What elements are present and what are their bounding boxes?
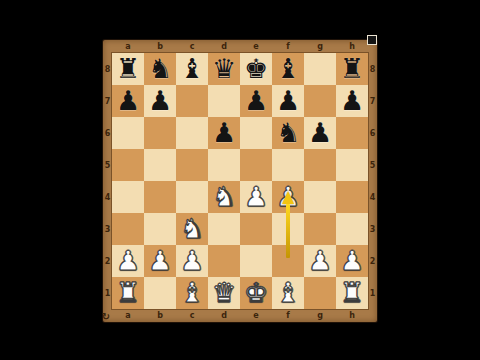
chess-board: ♜♞♝♛♚♝♜♟♟♟♟♟♟♞♟♞♟♟♞♟♟♟♟♟♜♝♛♚♝♜ xyxy=(112,53,368,309)
white-queen-d1[interactable]: ♛ xyxy=(212,277,236,309)
white-bishop-c1[interactable]: ♝ xyxy=(180,277,204,309)
white-knight-d4[interactable]: ♞ xyxy=(212,181,236,213)
square-g1[interactable] xyxy=(304,277,336,309)
square-g8[interactable] xyxy=(304,53,336,85)
black-king-e8[interactable]: ♚ xyxy=(244,53,268,85)
square-a5[interactable] xyxy=(112,149,144,181)
square-d1[interactable]: ♛ xyxy=(208,277,240,309)
black-pawn-f7[interactable]: ♟ xyxy=(276,85,300,117)
rank-label-6: 6 xyxy=(103,117,112,149)
square-f6[interactable]: ♞ xyxy=(272,117,304,149)
rank-label-1: 1 xyxy=(368,277,377,309)
square-g2[interactable]: ♟ xyxy=(304,245,336,277)
file-label-f: f xyxy=(272,40,304,53)
square-c4[interactable] xyxy=(176,181,208,213)
square-g6[interactable]: ♟ xyxy=(304,117,336,149)
black-pawn-e7[interactable]: ♟ xyxy=(244,85,268,117)
black-knight-f6[interactable]: ♞ xyxy=(276,117,300,149)
file-label-g: g xyxy=(304,309,336,322)
square-h6[interactable] xyxy=(336,117,368,149)
square-b1[interactable] xyxy=(144,277,176,309)
square-h3[interactable] xyxy=(336,213,368,245)
black-to-move-indicator-icon xyxy=(367,35,377,45)
square-f4[interactable]: ♟ xyxy=(272,181,304,213)
square-h7[interactable]: ♟ xyxy=(336,85,368,117)
file-label-f: f xyxy=(272,309,304,322)
square-c6[interactable] xyxy=(176,117,208,149)
square-h8[interactable]: ♜ xyxy=(336,53,368,85)
square-e8[interactable]: ♚ xyxy=(240,53,272,85)
square-d3[interactable] xyxy=(208,213,240,245)
file-labels-bottom: abcdefgh xyxy=(112,309,368,322)
black-pawn-g6[interactable]: ♟ xyxy=(308,117,332,149)
file-label-a: a xyxy=(112,309,144,322)
rank-label-1: 1 xyxy=(103,277,112,309)
black-pawn-d6[interactable]: ♟ xyxy=(212,117,236,149)
square-b2[interactable]: ♟ xyxy=(144,245,176,277)
square-e2[interactable] xyxy=(240,245,272,277)
white-bishop-f1[interactable]: ♝ xyxy=(276,277,300,309)
black-bishop-f8[interactable]: ♝ xyxy=(276,53,300,85)
black-bishop-c8[interactable]: ♝ xyxy=(180,53,204,85)
square-h2[interactable]: ♟ xyxy=(336,245,368,277)
square-c8[interactable]: ♝ xyxy=(176,53,208,85)
rank-label-7: 7 xyxy=(103,85,112,117)
white-pawn-b2[interactable]: ♟ xyxy=(148,245,172,277)
file-label-e: e xyxy=(240,40,272,53)
square-f5[interactable] xyxy=(272,149,304,181)
white-pawn-a2[interactable]: ♟ xyxy=(116,245,140,277)
white-pawn-g2[interactable]: ♟ xyxy=(308,245,332,277)
black-pawn-a7[interactable]: ♟ xyxy=(116,85,140,117)
square-b6[interactable] xyxy=(144,117,176,149)
white-knight-c3[interactable]: ♞ xyxy=(180,213,204,245)
square-h5[interactable] xyxy=(336,149,368,181)
square-b8[interactable]: ♞ xyxy=(144,53,176,85)
square-e6[interactable] xyxy=(240,117,272,149)
white-rook-a1[interactable]: ♜ xyxy=(116,277,140,309)
white-king-e1[interactable]: ♚ xyxy=(244,277,268,309)
square-d4[interactable]: ♞ xyxy=(208,181,240,213)
square-c3[interactable]: ♞ xyxy=(176,213,208,245)
file-label-e: e xyxy=(240,309,272,322)
rank-label-5: 5 xyxy=(103,149,112,181)
square-d2[interactable] xyxy=(208,245,240,277)
square-b5[interactable] xyxy=(144,149,176,181)
square-d6[interactable]: ♟ xyxy=(208,117,240,149)
video-frame: abcdefgh abcdefgh 87654321 87654321 ♜♞♝♛… xyxy=(0,0,480,360)
square-a4[interactable] xyxy=(112,181,144,213)
rank-label-4: 4 xyxy=(103,181,112,213)
square-e5[interactable] xyxy=(240,149,272,181)
square-a7[interactable]: ♟ xyxy=(112,85,144,117)
square-a6[interactable] xyxy=(112,117,144,149)
square-g3[interactable] xyxy=(304,213,336,245)
board-frame: abcdefgh abcdefgh 87654321 87654321 ♜♞♝♛… xyxy=(103,40,377,322)
black-pawn-b7[interactable]: ♟ xyxy=(148,85,172,117)
black-knight-b8[interactable]: ♞ xyxy=(148,53,172,85)
file-label-h: h xyxy=(336,40,368,53)
square-f3[interactable] xyxy=(272,213,304,245)
file-label-d: d xyxy=(208,309,240,322)
black-queen-d8[interactable]: ♛ xyxy=(212,53,236,85)
square-e4[interactable]: ♟ xyxy=(240,181,272,213)
rank-labels-left: 87654321 xyxy=(103,53,112,309)
file-label-h: h xyxy=(336,309,368,322)
white-pawn-e4[interactable]: ♟ xyxy=(244,181,268,213)
square-a1[interactable]: ♜ xyxy=(112,277,144,309)
file-labels-top: abcdefgh xyxy=(112,40,368,53)
black-rook-a8[interactable]: ♜ xyxy=(116,53,140,85)
rank-label-8: 8 xyxy=(368,53,377,85)
square-e7[interactable]: ♟ xyxy=(240,85,272,117)
square-b3[interactable] xyxy=(144,213,176,245)
file-label-b: b xyxy=(144,309,176,322)
file-label-a: a xyxy=(112,40,144,53)
square-a8[interactable]: ♜ xyxy=(112,53,144,85)
file-label-g: g xyxy=(304,40,336,53)
file-label-d: d xyxy=(208,40,240,53)
flip-board-icon[interactable]: ↻ xyxy=(100,310,112,323)
rank-label-6: 6 xyxy=(368,117,377,149)
rank-label-2: 2 xyxy=(103,245,112,277)
square-d8[interactable]: ♛ xyxy=(208,53,240,85)
square-h1[interactable]: ♜ xyxy=(336,277,368,309)
square-c2[interactable]: ♟ xyxy=(176,245,208,277)
rank-label-3: 3 xyxy=(103,213,112,245)
white-rook-h1[interactable]: ♜ xyxy=(340,277,364,309)
white-pawn-h2[interactable]: ♟ xyxy=(340,245,364,277)
white-pawn-c2[interactable]: ♟ xyxy=(180,245,204,277)
rank-label-8: 8 xyxy=(103,53,112,85)
rank-label-4: 4 xyxy=(368,181,377,213)
square-a3[interactable] xyxy=(112,213,144,245)
rank-label-5: 5 xyxy=(368,149,377,181)
square-a2[interactable]: ♟ xyxy=(112,245,144,277)
square-b7[interactable]: ♟ xyxy=(144,85,176,117)
black-rook-h8[interactable]: ♜ xyxy=(340,53,364,85)
square-c7[interactable] xyxy=(176,85,208,117)
square-f7[interactable]: ♟ xyxy=(272,85,304,117)
square-e1[interactable]: ♚ xyxy=(240,277,272,309)
square-f8[interactable]: ♝ xyxy=(272,53,304,85)
square-g4[interactable] xyxy=(304,181,336,213)
file-label-c: c xyxy=(176,309,208,322)
rank-label-7: 7 xyxy=(368,85,377,117)
rank-labels-right: 87654321 xyxy=(368,53,377,309)
square-h4[interactable] xyxy=(336,181,368,213)
square-e3[interactable] xyxy=(240,213,272,245)
square-d5[interactable] xyxy=(208,149,240,181)
square-f2[interactable] xyxy=(272,245,304,277)
rank-label-3: 3 xyxy=(368,213,377,245)
white-pawn-f4[interactable]: ♟ xyxy=(276,181,300,213)
square-g5[interactable] xyxy=(304,149,336,181)
square-c1[interactable]: ♝ xyxy=(176,277,208,309)
square-d7[interactable] xyxy=(208,85,240,117)
rank-label-2: 2 xyxy=(368,245,377,277)
file-label-c: c xyxy=(176,40,208,53)
square-b4[interactable] xyxy=(144,181,176,213)
square-c5[interactable] xyxy=(176,149,208,181)
black-pawn-h7[interactable]: ♟ xyxy=(340,85,364,117)
square-g7[interactable] xyxy=(304,85,336,117)
file-label-b: b xyxy=(144,40,176,53)
square-f1[interactable]: ♝ xyxy=(272,277,304,309)
